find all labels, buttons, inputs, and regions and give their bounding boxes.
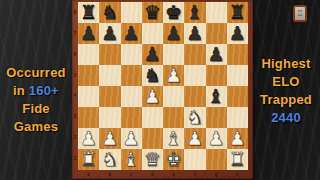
white-bishop: ♝ [123,150,140,169]
rank-label-8: 8 [72,2,78,23]
square-e2[interactable]: ♝ [163,128,184,149]
square-a7[interactable]: ♟ [78,23,99,44]
rank-label-3: 3 [72,106,78,127]
square-h3[interactable] [227,107,248,128]
white-knight: ♞ [101,150,118,169]
square-f2[interactable]: ♟ [184,128,205,149]
white-pawn: ♟ [229,129,246,148]
square-d2[interactable] [142,128,163,149]
caption-line: in 160+ [0,82,72,100]
square-b6[interactable] [99,44,120,65]
black-rook: ♜ [80,3,97,22]
square-f1[interactable] [184,149,205,170]
square-g5[interactable] [206,65,227,86]
square-e5[interactable]: ♟ [163,65,184,86]
black-knight: ♞ [144,66,161,85]
rank-label-2: 2 [72,127,78,148]
file-label-b: b [99,170,120,178]
file-label-a: a [78,170,99,178]
square-c2[interactable]: ♟ [121,128,142,149]
black-pawn: ♟ [165,24,182,43]
video-thumbnail: Occurred in 160+ Fide Games Highest ELO … [0,0,320,180]
white-pawn: ♟ [165,66,182,85]
square-g3[interactable] [206,107,227,128]
square-d1[interactable]: ♛ [142,149,163,170]
caption-text: Occurred [6,65,65,80]
white-pawn: ♟ [208,129,225,148]
rank-label-4: 4 [72,86,78,107]
white-pawn: ♟ [123,129,140,148]
white-pawn: ♟ [186,129,203,148]
square-e3[interactable] [163,107,184,128]
square-f6[interactable] [184,44,205,65]
square-b4[interactable] [99,86,120,107]
square-b2[interactable]: ♟ [99,128,120,149]
right-caption: Highest ELO Trapped 2440 [252,55,320,127]
caption-line: Fide [0,100,72,118]
black-knight: ♞ [101,3,118,22]
square-h5[interactable] [227,65,248,86]
square-a2[interactable]: ♟ [78,128,99,149]
square-f7[interactable]: ♟ [184,23,205,44]
file-label-d: d [142,170,163,178]
square-d5[interactable]: ♞ [142,65,163,86]
square-c7[interactable]: ♟ [121,23,142,44]
black-queen: ♛ [144,3,161,22]
file-label-f: f [184,170,205,178]
square-c5[interactable] [121,65,142,86]
caption-number: 2440 [271,110,301,125]
rank-labels: 87654321 [72,2,78,169]
square-b8[interactable]: ♞ [99,2,120,23]
left-caption: Occurred in 160+ Fide Games [0,64,72,136]
white-knight: ♞ [186,108,203,127]
square-f4[interactable] [184,86,205,107]
square-e6[interactable] [163,44,184,65]
caption-line: Highest [252,55,320,73]
caption-line: Occurred [0,64,72,82]
square-e8[interactable]: ♚ [163,2,184,23]
square-d6[interactable]: ♟ [142,44,163,65]
file-label-c: c [121,170,142,178]
square-c6[interactable] [121,44,142,65]
square-d3[interactable] [142,107,163,128]
square-f8[interactable]: ♝ [184,2,205,23]
white-rook: ♜ [80,150,97,169]
rank-label-6: 6 [72,44,78,65]
square-d7[interactable] [142,23,163,44]
square-f5[interactable] [184,65,205,86]
white-pawn: ♟ [144,87,161,106]
square-f3[interactable]: ♞ [184,107,205,128]
square-h1[interactable]: ♜ [227,149,248,170]
caption-line: Trapped [252,91,320,109]
black-pawn: ♟ [101,24,118,43]
black-pawn: ♟ [123,24,140,43]
file-labels: abcdefgh [78,170,248,178]
square-c4[interactable] [121,86,142,107]
channel-logo: ♖ [293,5,307,22]
caption-text: Highest [261,56,310,71]
square-b1[interactable]: ♞ [99,149,120,170]
white-king: ♚ [165,150,182,169]
caption-text: Trapped [260,92,312,107]
board-squares: ♜♞♛♚♝♜♟♟♟♟♟♟♟♟♞♟♟♝♞♟♟♟♝♟♟♟♜♞♝♛♚♜ [78,2,248,170]
square-d8[interactable]: ♛ [142,2,163,23]
black-pawn: ♟ [208,45,225,64]
white-pawn: ♟ [80,129,97,148]
square-e7[interactable]: ♟ [163,23,184,44]
caption-text: in [13,83,25,98]
rank-label-5: 5 [72,65,78,86]
white-queen: ♛ [144,150,161,169]
square-h7[interactable]: ♟ [227,23,248,44]
caption-number: 160+ [29,83,59,98]
square-b3[interactable] [99,107,120,128]
square-h2[interactable]: ♟ [227,128,248,149]
white-pawn: ♟ [101,129,118,148]
black-pawn: ♟ [229,24,246,43]
square-a8[interactable]: ♜ [78,2,99,23]
square-g6[interactable]: ♟ [206,44,227,65]
square-h6[interactable] [227,44,248,65]
square-a4[interactable] [78,86,99,107]
rank-label-7: 7 [72,23,78,44]
black-pawn: ♟ [144,45,161,64]
rank-label-1: 1 [72,148,78,169]
square-a3[interactable] [78,107,99,128]
square-e1[interactable]: ♚ [163,149,184,170]
square-g4[interactable]: ♝ [206,86,227,107]
black-rook: ♜ [229,3,246,22]
square-h8[interactable]: ♜ [227,2,248,23]
square-a6[interactable] [78,44,99,65]
square-d4[interactable]: ♟ [142,86,163,107]
black-bishop: ♝ [208,87,225,106]
file-label-e: e [163,170,184,178]
black-pawn: ♟ [186,24,203,43]
caption-line: ELO [252,73,320,91]
square-b5[interactable] [99,65,120,86]
caption-line: Games [0,118,72,136]
square-c3[interactable] [121,107,142,128]
white-bishop: ♝ [165,129,182,148]
white-rook: ♜ [229,150,246,169]
square-e4[interactable] [163,86,184,107]
square-a1[interactable]: ♜ [78,149,99,170]
caption-text: ELO [272,74,299,89]
square-g7[interactable] [206,23,227,44]
chess-board: ♜♞♛♚♝♜♟♟♟♟♟♟♟♟♞♟♟♝♞♟♟♟♝♟♟♟♜♞♝♛♚♜ 8765432… [72,0,253,179]
caption-line: 2440 [252,109,320,127]
square-c8[interactable] [121,2,142,23]
file-label-g: g [206,170,227,178]
square-h4[interactable] [227,86,248,107]
square-b7[interactable]: ♟ [99,23,120,44]
black-king: ♚ [165,3,182,22]
black-bishop: ♝ [186,3,203,22]
square-a5[interactable] [78,65,99,86]
black-pawn: ♟ [80,24,97,43]
rook-logo-icon: ♖ [296,10,303,18]
square-g2[interactable]: ♟ [206,128,227,149]
square-g8[interactable] [206,2,227,23]
caption-text: Fide [22,101,50,116]
file-label-h: h [227,170,248,178]
caption-text: Games [14,119,58,134]
square-g1[interactable] [206,149,227,170]
square-c1[interactable]: ♝ [121,149,142,170]
